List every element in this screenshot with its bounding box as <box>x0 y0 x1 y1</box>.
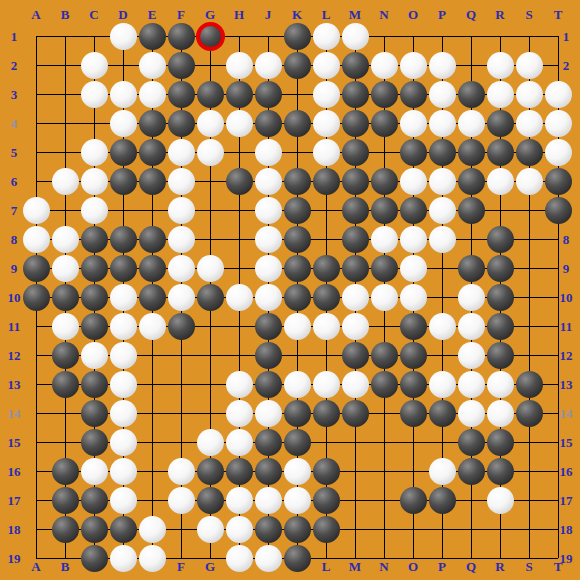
intersection-N18[interactable] <box>370 515 399 544</box>
intersection-J17[interactable] <box>254 486 283 515</box>
intersection-R8[interactable] <box>486 225 515 254</box>
intersection-C1[interactable] <box>80 22 109 51</box>
intersection-Q10[interactable] <box>457 283 486 312</box>
intersection-O10[interactable] <box>399 283 428 312</box>
intersection-D9[interactable] <box>109 254 138 283</box>
intersection-F8[interactable] <box>167 225 196 254</box>
intersection-E7[interactable] <box>138 196 167 225</box>
intersection-F13[interactable] <box>167 370 196 399</box>
intersection-H1[interactable] <box>225 22 254 51</box>
intersection-C9[interactable] <box>80 254 109 283</box>
intersection-P8[interactable] <box>428 225 457 254</box>
intersection-E14[interactable] <box>138 399 167 428</box>
intersection-F11[interactable] <box>167 312 196 341</box>
intersection-G1[interactable] <box>196 22 225 51</box>
intersection-J12[interactable] <box>254 341 283 370</box>
intersection-B10[interactable] <box>51 283 80 312</box>
intersection-Q2[interactable] <box>457 51 486 80</box>
intersection-C10[interactable] <box>80 283 109 312</box>
intersection-G3[interactable] <box>196 80 225 109</box>
intersection-F4[interactable] <box>167 109 196 138</box>
intersection-M11[interactable] <box>341 312 370 341</box>
intersection-K13[interactable] <box>283 370 312 399</box>
intersection-R18[interactable] <box>486 515 515 544</box>
intersection-G4[interactable] <box>196 109 225 138</box>
intersection-S8[interactable] <box>515 225 544 254</box>
intersection-H16[interactable] <box>225 457 254 486</box>
intersection-O14[interactable] <box>399 399 428 428</box>
intersection-P16[interactable] <box>428 457 457 486</box>
intersection-T5[interactable] <box>544 138 573 167</box>
intersection-S1[interactable] <box>515 22 544 51</box>
intersection-J6[interactable] <box>254 167 283 196</box>
intersection-Q4[interactable] <box>457 109 486 138</box>
intersection-Q1[interactable] <box>457 22 486 51</box>
intersection-R5[interactable] <box>486 138 515 167</box>
intersection-M19[interactable] <box>341 544 370 573</box>
intersection-Q13[interactable] <box>457 370 486 399</box>
intersection-E17[interactable] <box>138 486 167 515</box>
intersection-E11[interactable] <box>138 312 167 341</box>
intersection-O6[interactable] <box>399 167 428 196</box>
intersection-L16[interactable] <box>312 457 341 486</box>
intersection-H5[interactable] <box>225 138 254 167</box>
intersection-M18[interactable] <box>341 515 370 544</box>
intersection-D16[interactable] <box>109 457 138 486</box>
intersection-K17[interactable] <box>283 486 312 515</box>
intersection-B4[interactable] <box>51 109 80 138</box>
intersection-L1[interactable] <box>312 22 341 51</box>
intersection-T16[interactable] <box>544 457 573 486</box>
intersection-Q19[interactable] <box>457 544 486 573</box>
intersection-R19[interactable] <box>486 544 515 573</box>
intersection-G8[interactable] <box>196 225 225 254</box>
intersection-P5[interactable] <box>428 138 457 167</box>
intersection-S4[interactable] <box>515 109 544 138</box>
intersection-D19[interactable] <box>109 544 138 573</box>
intersection-G12[interactable] <box>196 341 225 370</box>
intersection-M1[interactable] <box>341 22 370 51</box>
intersection-A6[interactable] <box>22 167 51 196</box>
intersection-T18[interactable] <box>544 515 573 544</box>
intersection-T2[interactable] <box>544 51 573 80</box>
intersection-R11[interactable] <box>486 312 515 341</box>
intersection-M4[interactable] <box>341 109 370 138</box>
intersection-R17[interactable] <box>486 486 515 515</box>
intersection-N19[interactable] <box>370 544 399 573</box>
intersection-F10[interactable] <box>167 283 196 312</box>
intersection-Q18[interactable] <box>457 515 486 544</box>
intersection-H2[interactable] <box>225 51 254 80</box>
intersection-F18[interactable] <box>167 515 196 544</box>
intersection-M14[interactable] <box>341 399 370 428</box>
intersection-Q11[interactable] <box>457 312 486 341</box>
intersection-L4[interactable] <box>312 109 341 138</box>
intersection-N14[interactable] <box>370 399 399 428</box>
intersection-O15[interactable] <box>399 428 428 457</box>
intersection-C6[interactable] <box>80 167 109 196</box>
intersection-R1[interactable] <box>486 22 515 51</box>
intersection-H8[interactable] <box>225 225 254 254</box>
intersection-E5[interactable] <box>138 138 167 167</box>
intersection-R10[interactable] <box>486 283 515 312</box>
intersection-G5[interactable] <box>196 138 225 167</box>
intersection-P17[interactable] <box>428 486 457 515</box>
intersection-T4[interactable] <box>544 109 573 138</box>
intersection-H7[interactable] <box>225 196 254 225</box>
intersection-S12[interactable] <box>515 341 544 370</box>
intersection-Q5[interactable] <box>457 138 486 167</box>
intersection-K9[interactable] <box>283 254 312 283</box>
intersection-E2[interactable] <box>138 51 167 80</box>
intersection-P4[interactable] <box>428 109 457 138</box>
intersection-Q3[interactable] <box>457 80 486 109</box>
intersection-A18[interactable] <box>22 515 51 544</box>
intersection-O2[interactable] <box>399 51 428 80</box>
intersection-D17[interactable] <box>109 486 138 515</box>
intersection-Q16[interactable] <box>457 457 486 486</box>
intersection-L11[interactable] <box>312 312 341 341</box>
intersection-Q9[interactable] <box>457 254 486 283</box>
intersection-M2[interactable] <box>341 51 370 80</box>
intersection-A14[interactable] <box>22 399 51 428</box>
intersection-J15[interactable] <box>254 428 283 457</box>
intersection-T11[interactable] <box>544 312 573 341</box>
intersection-B5[interactable] <box>51 138 80 167</box>
intersection-P10[interactable] <box>428 283 457 312</box>
intersection-H14[interactable] <box>225 399 254 428</box>
intersection-M12[interactable] <box>341 341 370 370</box>
intersection-O5[interactable] <box>399 138 428 167</box>
intersection-C7[interactable] <box>80 196 109 225</box>
intersection-K5[interactable] <box>283 138 312 167</box>
intersection-L15[interactable] <box>312 428 341 457</box>
intersection-J18[interactable] <box>254 515 283 544</box>
intersection-S6[interactable] <box>515 167 544 196</box>
intersection-C15[interactable] <box>80 428 109 457</box>
intersection-J3[interactable] <box>254 80 283 109</box>
intersection-B17[interactable] <box>51 486 80 515</box>
intersection-A12[interactable] <box>22 341 51 370</box>
intersection-A16[interactable] <box>22 457 51 486</box>
intersection-O7[interactable] <box>399 196 428 225</box>
intersection-N8[interactable] <box>370 225 399 254</box>
intersection-A19[interactable] <box>22 544 51 573</box>
intersection-N13[interactable] <box>370 370 399 399</box>
intersection-J5[interactable] <box>254 138 283 167</box>
intersection-A9[interactable] <box>22 254 51 283</box>
intersection-S2[interactable] <box>515 51 544 80</box>
intersection-A15[interactable] <box>22 428 51 457</box>
intersection-T3[interactable] <box>544 80 573 109</box>
intersection-C11[interactable] <box>80 312 109 341</box>
intersection-L18[interactable] <box>312 515 341 544</box>
intersection-A3[interactable] <box>22 80 51 109</box>
intersection-D18[interactable] <box>109 515 138 544</box>
intersection-H3[interactable] <box>225 80 254 109</box>
intersection-O12[interactable] <box>399 341 428 370</box>
intersection-S17[interactable] <box>515 486 544 515</box>
intersection-B1[interactable] <box>51 22 80 51</box>
intersection-H13[interactable] <box>225 370 254 399</box>
intersection-M3[interactable] <box>341 80 370 109</box>
intersection-P9[interactable] <box>428 254 457 283</box>
intersection-C8[interactable] <box>80 225 109 254</box>
intersection-Q12[interactable] <box>457 341 486 370</box>
intersection-K1[interactable] <box>283 22 312 51</box>
intersection-N6[interactable] <box>370 167 399 196</box>
intersection-Q15[interactable] <box>457 428 486 457</box>
intersection-O9[interactable] <box>399 254 428 283</box>
intersection-J7[interactable] <box>254 196 283 225</box>
intersection-G19[interactable] <box>196 544 225 573</box>
intersection-P11[interactable] <box>428 312 457 341</box>
intersection-E1[interactable] <box>138 22 167 51</box>
intersection-T12[interactable] <box>544 341 573 370</box>
intersection-G7[interactable] <box>196 196 225 225</box>
intersection-N17[interactable] <box>370 486 399 515</box>
intersection-J2[interactable] <box>254 51 283 80</box>
intersection-F16[interactable] <box>167 457 196 486</box>
intersection-E16[interactable] <box>138 457 167 486</box>
intersection-N3[interactable] <box>370 80 399 109</box>
intersection-S13[interactable] <box>515 370 544 399</box>
intersection-M9[interactable] <box>341 254 370 283</box>
intersection-O18[interactable] <box>399 515 428 544</box>
intersection-T10[interactable] <box>544 283 573 312</box>
intersection-D10[interactable] <box>109 283 138 312</box>
intersection-C14[interactable] <box>80 399 109 428</box>
intersection-B9[interactable] <box>51 254 80 283</box>
intersection-N1[interactable] <box>370 22 399 51</box>
intersection-F14[interactable] <box>167 399 196 428</box>
intersection-J8[interactable] <box>254 225 283 254</box>
intersection-T8[interactable] <box>544 225 573 254</box>
intersection-H11[interactable] <box>225 312 254 341</box>
intersection-C4[interactable] <box>80 109 109 138</box>
intersection-R9[interactable] <box>486 254 515 283</box>
intersection-E6[interactable] <box>138 167 167 196</box>
intersection-S15[interactable] <box>515 428 544 457</box>
intersection-O1[interactable] <box>399 22 428 51</box>
intersection-O13[interactable] <box>399 370 428 399</box>
intersection-P2[interactable] <box>428 51 457 80</box>
intersection-K2[interactable] <box>283 51 312 80</box>
intersection-M16[interactable] <box>341 457 370 486</box>
intersection-A1[interactable] <box>22 22 51 51</box>
intersection-B11[interactable] <box>51 312 80 341</box>
intersection-J13[interactable] <box>254 370 283 399</box>
intersection-K10[interactable] <box>283 283 312 312</box>
intersection-G17[interactable] <box>196 486 225 515</box>
intersection-M8[interactable] <box>341 225 370 254</box>
intersection-F17[interactable] <box>167 486 196 515</box>
intersection-P19[interactable] <box>428 544 457 573</box>
intersection-D12[interactable] <box>109 341 138 370</box>
intersection-G11[interactable] <box>196 312 225 341</box>
intersection-S18[interactable] <box>515 515 544 544</box>
intersection-M13[interactable] <box>341 370 370 399</box>
intersection-Q8[interactable] <box>457 225 486 254</box>
intersection-E19[interactable] <box>138 544 167 573</box>
intersection-O8[interactable] <box>399 225 428 254</box>
intersection-N10[interactable] <box>370 283 399 312</box>
intersection-F6[interactable] <box>167 167 196 196</box>
intersection-F3[interactable] <box>167 80 196 109</box>
intersection-S9[interactable] <box>515 254 544 283</box>
intersection-D4[interactable] <box>109 109 138 138</box>
intersection-T1[interactable] <box>544 22 573 51</box>
intersection-E15[interactable] <box>138 428 167 457</box>
intersection-F19[interactable] <box>167 544 196 573</box>
intersection-T6[interactable] <box>544 167 573 196</box>
intersection-C2[interactable] <box>80 51 109 80</box>
intersection-D6[interactable] <box>109 167 138 196</box>
intersection-R14[interactable] <box>486 399 515 428</box>
intersection-K16[interactable] <box>283 457 312 486</box>
intersection-L17[interactable] <box>312 486 341 515</box>
intersection-N4[interactable] <box>370 109 399 138</box>
intersection-A7[interactable] <box>22 196 51 225</box>
intersection-D1[interactable] <box>109 22 138 51</box>
intersection-R15[interactable] <box>486 428 515 457</box>
intersection-B13[interactable] <box>51 370 80 399</box>
intersection-H19[interactable] <box>225 544 254 573</box>
intersection-B7[interactable] <box>51 196 80 225</box>
intersection-H10[interactable] <box>225 283 254 312</box>
intersection-J14[interactable] <box>254 399 283 428</box>
intersection-M10[interactable] <box>341 283 370 312</box>
intersection-P13[interactable] <box>428 370 457 399</box>
intersection-F15[interactable] <box>167 428 196 457</box>
intersection-K6[interactable] <box>283 167 312 196</box>
intersection-J19[interactable] <box>254 544 283 573</box>
intersection-M6[interactable] <box>341 167 370 196</box>
intersection-E9[interactable] <box>138 254 167 283</box>
intersection-P14[interactable] <box>428 399 457 428</box>
intersection-D13[interactable] <box>109 370 138 399</box>
intersection-B14[interactable] <box>51 399 80 428</box>
intersection-H6[interactable] <box>225 167 254 196</box>
intersection-O4[interactable] <box>399 109 428 138</box>
intersection-G2[interactable] <box>196 51 225 80</box>
intersection-O17[interactable] <box>399 486 428 515</box>
intersection-C19[interactable] <box>80 544 109 573</box>
intersection-K12[interactable] <box>283 341 312 370</box>
intersection-K8[interactable] <box>283 225 312 254</box>
intersection-H17[interactable] <box>225 486 254 515</box>
intersection-A5[interactable] <box>22 138 51 167</box>
intersection-N7[interactable] <box>370 196 399 225</box>
intersection-P15[interactable] <box>428 428 457 457</box>
intersection-L12[interactable] <box>312 341 341 370</box>
intersection-T15[interactable] <box>544 428 573 457</box>
intersection-S7[interactable] <box>515 196 544 225</box>
intersection-C18[interactable] <box>80 515 109 544</box>
intersection-B8[interactable] <box>51 225 80 254</box>
intersection-F9[interactable] <box>167 254 196 283</box>
intersection-L9[interactable] <box>312 254 341 283</box>
intersection-A2[interactable] <box>22 51 51 80</box>
intersection-A4[interactable] <box>22 109 51 138</box>
intersection-L7[interactable] <box>312 196 341 225</box>
intersection-T19[interactable] <box>544 544 573 573</box>
intersection-K19[interactable] <box>283 544 312 573</box>
intersection-B12[interactable] <box>51 341 80 370</box>
intersection-F2[interactable] <box>167 51 196 80</box>
intersection-P7[interactable] <box>428 196 457 225</box>
intersection-D14[interactable] <box>109 399 138 428</box>
intersection-R16[interactable] <box>486 457 515 486</box>
intersection-A13[interactable] <box>22 370 51 399</box>
intersection-L5[interactable] <box>312 138 341 167</box>
intersection-K11[interactable] <box>283 312 312 341</box>
intersection-J9[interactable] <box>254 254 283 283</box>
intersection-R7[interactable] <box>486 196 515 225</box>
intersection-H18[interactable] <box>225 515 254 544</box>
intersection-C13[interactable] <box>80 370 109 399</box>
intersection-T7[interactable] <box>544 196 573 225</box>
intersection-G10[interactable] <box>196 283 225 312</box>
intersection-G6[interactable] <box>196 167 225 196</box>
intersection-Q17[interactable] <box>457 486 486 515</box>
intersection-O11[interactable] <box>399 312 428 341</box>
intersection-K7[interactable] <box>283 196 312 225</box>
intersection-O16[interactable] <box>399 457 428 486</box>
intersection-E4[interactable] <box>138 109 167 138</box>
intersection-K4[interactable] <box>283 109 312 138</box>
intersection-F7[interactable] <box>167 196 196 225</box>
intersection-S5[interactable] <box>515 138 544 167</box>
intersection-L10[interactable] <box>312 283 341 312</box>
intersection-P18[interactable] <box>428 515 457 544</box>
intersection-Q14[interactable] <box>457 399 486 428</box>
intersection-E18[interactable] <box>138 515 167 544</box>
intersection-M17[interactable] <box>341 486 370 515</box>
intersection-J11[interactable] <box>254 312 283 341</box>
intersection-F5[interactable] <box>167 138 196 167</box>
intersection-D7[interactable] <box>109 196 138 225</box>
intersection-F1[interactable] <box>167 22 196 51</box>
intersection-G15[interactable] <box>196 428 225 457</box>
intersection-P3[interactable] <box>428 80 457 109</box>
intersection-S16[interactable] <box>515 457 544 486</box>
intersection-N9[interactable] <box>370 254 399 283</box>
intersection-C3[interactable] <box>80 80 109 109</box>
intersection-H9[interactable] <box>225 254 254 283</box>
intersection-M15[interactable] <box>341 428 370 457</box>
intersection-Q7[interactable] <box>457 196 486 225</box>
intersection-C16[interactable] <box>80 457 109 486</box>
intersection-B3[interactable] <box>51 80 80 109</box>
intersection-G14[interactable] <box>196 399 225 428</box>
intersection-L13[interactable] <box>312 370 341 399</box>
intersection-A17[interactable] <box>22 486 51 515</box>
intersection-G18[interactable] <box>196 515 225 544</box>
intersection-S11[interactable] <box>515 312 544 341</box>
intersection-A10[interactable] <box>22 283 51 312</box>
intersection-T9[interactable] <box>544 254 573 283</box>
intersection-H15[interactable] <box>225 428 254 457</box>
intersection-K18[interactable] <box>283 515 312 544</box>
intersection-N2[interactable] <box>370 51 399 80</box>
intersection-N11[interactable] <box>370 312 399 341</box>
intersection-B6[interactable] <box>51 167 80 196</box>
intersection-K15[interactable] <box>283 428 312 457</box>
intersection-B16[interactable] <box>51 457 80 486</box>
intersection-C17[interactable] <box>80 486 109 515</box>
intersection-H4[interactable] <box>225 109 254 138</box>
